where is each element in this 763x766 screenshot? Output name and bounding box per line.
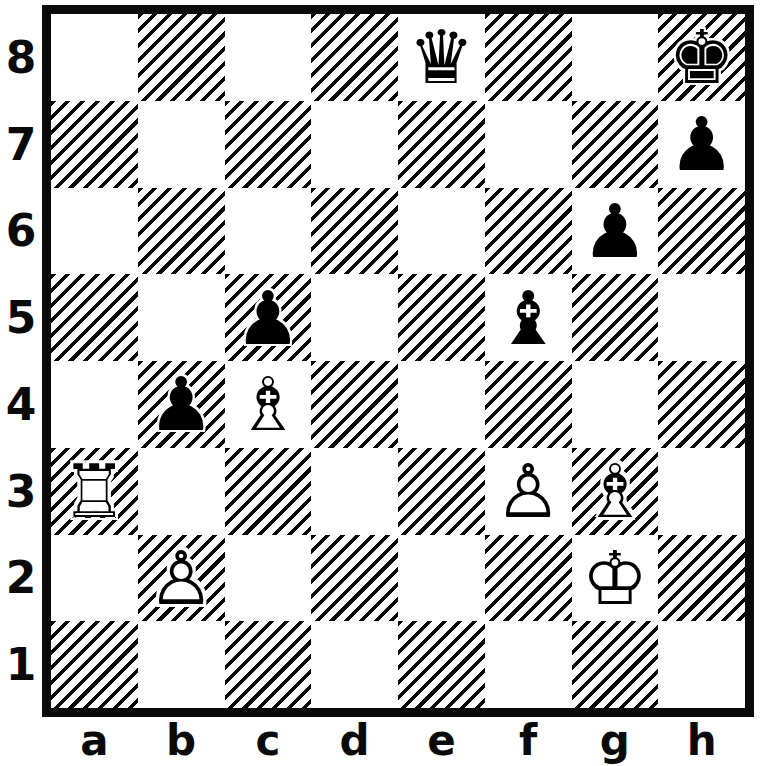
square-b4[interactable]: ♟	[138, 361, 225, 448]
black-pawn: ♟	[582, 194, 648, 268]
black-queen: ♛	[408, 20, 474, 94]
square-h6[interactable]	[658, 188, 745, 275]
square-c1[interactable]	[225, 621, 312, 708]
square-d7[interactable]	[311, 101, 398, 188]
square-g6[interactable]: ♟	[572, 188, 659, 275]
square-g5[interactable]	[572, 274, 659, 361]
white-bishop: ♝♗	[582, 454, 648, 528]
white-piece-outline: ♗	[235, 367, 301, 441]
square-g1[interactable]	[572, 621, 659, 708]
square-g4[interactable]	[572, 361, 659, 448]
file-label-f: f	[485, 715, 572, 766]
chess-board: ♛♚♟♟♟♝♟♝♗♜♖♟♙♝♗♟♙♚♔	[42, 5, 754, 717]
square-f2[interactable]	[485, 535, 572, 622]
rank-label-2: 2	[0, 535, 42, 622]
square-d4[interactable]	[311, 361, 398, 448]
white-rook: ♜♖	[61, 454, 127, 528]
white-king: ♚♔	[582, 541, 648, 615]
square-a3[interactable]: ♜♖	[51, 448, 138, 535]
square-a1[interactable]	[51, 621, 138, 708]
square-a7[interactable]	[51, 101, 138, 188]
rank-label-4: 4	[0, 361, 42, 448]
rank-label-5: 5	[0, 274, 42, 361]
square-b7[interactable]	[138, 101, 225, 188]
square-h7[interactable]: ♟	[658, 101, 745, 188]
square-h2[interactable]	[658, 535, 745, 622]
square-d5[interactable]	[311, 274, 398, 361]
file-label-c: c	[225, 715, 312, 766]
square-b5[interactable]	[138, 274, 225, 361]
square-g3[interactable]: ♝♗	[572, 448, 659, 535]
square-b6[interactable]	[138, 188, 225, 275]
square-e8[interactable]: ♛	[398, 14, 485, 101]
rank-label-1: 1	[0, 621, 42, 708]
square-d2[interactable]	[311, 535, 398, 622]
square-a2[interactable]	[51, 535, 138, 622]
square-f6[interactable]	[485, 188, 572, 275]
square-f8[interactable]	[485, 14, 572, 101]
file-label-h: h	[658, 715, 745, 766]
black-bishop: ♝	[495, 281, 561, 355]
rank-label-8: 8	[0, 14, 42, 101]
square-c7[interactable]	[225, 101, 312, 188]
square-g2[interactable]: ♚♔	[572, 535, 659, 622]
square-c8[interactable]	[225, 14, 312, 101]
square-f3[interactable]: ♟♙	[485, 448, 572, 535]
file-label-e: e	[398, 715, 485, 766]
square-h3[interactable]	[658, 448, 745, 535]
black-pawn: ♟	[668, 107, 734, 181]
square-h5[interactable]	[658, 274, 745, 361]
black-pawn: ♟	[148, 367, 214, 441]
file-label-b: b	[138, 715, 225, 766]
square-d3[interactable]	[311, 448, 398, 535]
square-c6[interactable]	[225, 188, 312, 275]
white-piece-outline: ♖	[61, 454, 127, 528]
rank-label-6: 6	[0, 188, 42, 275]
square-a8[interactable]	[51, 14, 138, 101]
black-pawn: ♟	[235, 281, 301, 355]
black-king: ♚	[668, 20, 734, 94]
square-e4[interactable]	[398, 361, 485, 448]
square-f1[interactable]	[485, 621, 572, 708]
square-e7[interactable]	[398, 101, 485, 188]
square-b8[interactable]	[138, 14, 225, 101]
square-a6[interactable]	[51, 188, 138, 275]
square-h1[interactable]	[658, 621, 745, 708]
square-h8[interactable]: ♚	[658, 14, 745, 101]
white-piece-outline: ♙	[148, 541, 214, 615]
square-a5[interactable]	[51, 274, 138, 361]
square-e1[interactable]	[398, 621, 485, 708]
square-b2[interactable]: ♟♙	[138, 535, 225, 622]
square-b3[interactable]	[138, 448, 225, 535]
white-piece-outline: ♙	[495, 454, 561, 528]
white-piece-outline: ♗	[582, 454, 648, 528]
square-d6[interactable]	[311, 188, 398, 275]
square-d1[interactable]	[311, 621, 398, 708]
square-c5[interactable]: ♟	[225, 274, 312, 361]
file-labels: abcdefgh	[51, 715, 745, 766]
square-f4[interactable]	[485, 361, 572, 448]
file-label-d: d	[311, 715, 398, 766]
square-e2[interactable]	[398, 535, 485, 622]
square-b1[interactable]	[138, 621, 225, 708]
white-bishop: ♝♗	[235, 367, 301, 441]
square-c3[interactable]	[225, 448, 312, 535]
square-e5[interactable]	[398, 274, 485, 361]
white-pawn: ♟♙	[148, 541, 214, 615]
square-d8[interactable]	[311, 14, 398, 101]
rank-label-3: 3	[0, 448, 42, 535]
white-piece-outline: ♔	[582, 541, 648, 615]
rank-labels: 87654321	[0, 14, 42, 708]
square-c4[interactable]: ♝♗	[225, 361, 312, 448]
square-a4[interactable]	[51, 361, 138, 448]
rank-label-7: 7	[0, 101, 42, 188]
square-e6[interactable]	[398, 188, 485, 275]
square-f5[interactable]: ♝	[485, 274, 572, 361]
square-g8[interactable]	[572, 14, 659, 101]
square-g7[interactable]	[572, 101, 659, 188]
white-pawn: ♟♙	[495, 454, 561, 528]
chess-diagram-page: 87654321 ♛♚♟♟♟♝♟♝♗♜♖♟♙♝♗♟♙♚♔ abcdefgh	[0, 0, 763, 766]
file-label-a: a	[51, 715, 138, 766]
file-label-g: g	[572, 715, 659, 766]
square-h4[interactable]	[658, 361, 745, 448]
square-c2[interactable]	[225, 535, 312, 622]
square-f7[interactable]	[485, 101, 572, 188]
square-e3[interactable]	[398, 448, 485, 535]
